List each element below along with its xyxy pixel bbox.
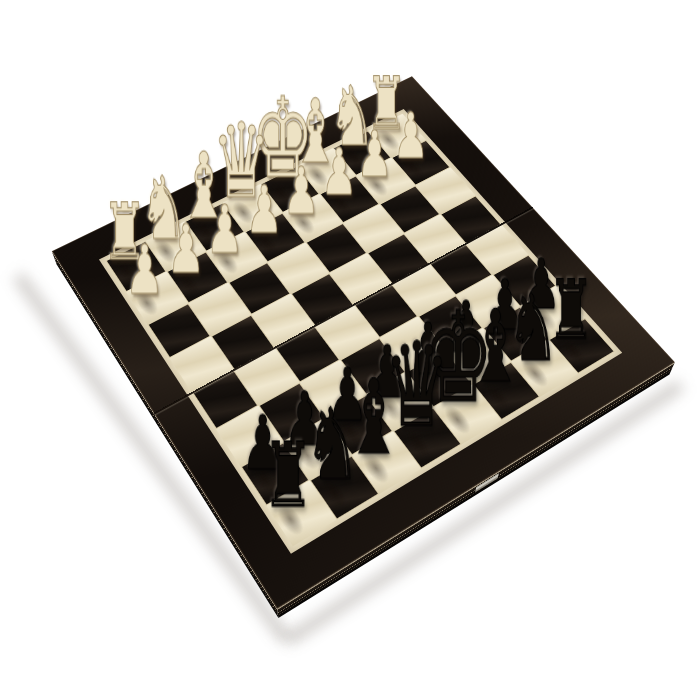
chess-set-photo: ♜♟♟♜♞♟♟♞♝♟♟♝♚♟♟♚♛♟♟♛♝♟♟♝♞♟♟♞♜♟♟♜ (0, 0, 700, 700)
black-rook-a8[interactable]: ♜ (254, 431, 322, 521)
board-frame: ♜♟♟♜♞♟♟♞♝♟♟♝♚♟♟♚♛♟♟♛♝♟♟♝♞♟♟♞♜♟♟♜ (52, 76, 675, 609)
chess-board-box: ♜♟♟♜♞♟♟♞♝♟♟♝♚♟♟♚♛♟♟♛♝♟♟♝♞♟♟♞♜♟♟♜ (52, 76, 675, 609)
white-pawn-a2[interactable]: ♟ (114, 236, 175, 304)
